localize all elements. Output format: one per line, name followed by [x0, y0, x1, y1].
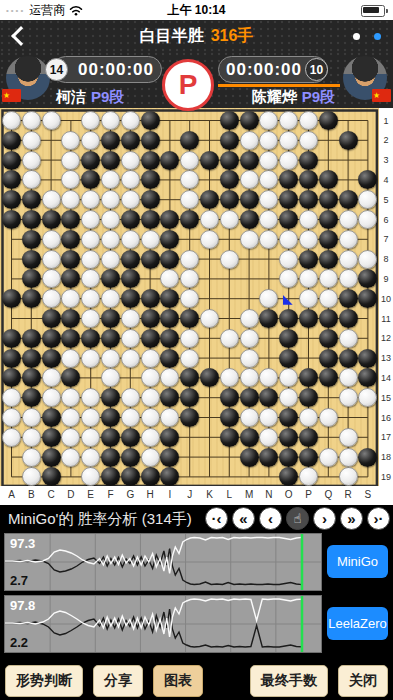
stone-black — [319, 250, 338, 269]
stone-black — [121, 289, 140, 308]
white-player-name: 陈耀烨P9段 — [252, 88, 335, 107]
analysis-panel: MiniGo'的 胜率分析 (314手) ·‹«‹☝›»›· 97.3 2.7 … — [0, 505, 393, 700]
final-moves-button[interactable]: 最终手数 — [250, 665, 328, 697]
row-label: 12 — [379, 333, 393, 343]
stone-white — [2, 111, 21, 130]
col-label: L — [223, 489, 235, 500]
leelazero-engine-button[interactable]: LeelaZero — [327, 607, 388, 640]
stone-white — [299, 210, 318, 229]
white-player-rank: P9段 — [302, 88, 335, 105]
situation-judge-button[interactable]: 形势判断 — [5, 665, 83, 697]
stone-black — [141, 170, 160, 189]
white-captures-badge: 10 — [305, 58, 328, 81]
stone-white — [22, 448, 41, 467]
stone-white — [220, 210, 239, 229]
stone-white — [22, 428, 41, 447]
row-label: 16 — [379, 413, 393, 423]
stone-white — [180, 349, 199, 368]
stone-white — [121, 349, 140, 368]
stone-white — [180, 250, 199, 269]
stone-white — [22, 408, 41, 427]
stone-black — [299, 309, 318, 328]
stone-black — [240, 428, 259, 447]
row-label: 5 — [379, 195, 393, 205]
stone-white — [339, 210, 358, 229]
col-label: G — [124, 489, 136, 500]
stone-black — [121, 250, 140, 269]
stone-white — [200, 230, 219, 249]
stone-black — [279, 428, 298, 447]
stone-white — [339, 428, 358, 447]
stone-white — [299, 111, 318, 130]
stone-black — [22, 190, 41, 209]
stone-black — [319, 230, 338, 249]
stone-black — [141, 151, 160, 170]
stone-white — [81, 448, 100, 467]
stone-white — [42, 388, 61, 407]
nav-back-button[interactable]: ‹ — [259, 507, 282, 530]
stone-black — [279, 329, 298, 348]
stone-white — [101, 111, 120, 130]
stone-black — [141, 131, 160, 150]
row-label: 17 — [379, 432, 393, 442]
share-button[interactable]: 分享 — [93, 665, 143, 697]
col-label: I — [164, 489, 176, 500]
stone-white — [2, 428, 21, 447]
nav-forward-button[interactable]: › — [313, 507, 336, 530]
stone-black — [220, 131, 239, 150]
stone-white — [299, 408, 318, 427]
stone-white — [319, 408, 338, 427]
stone-white — [299, 131, 318, 150]
stone-white — [279, 151, 298, 170]
stone-black — [101, 329, 120, 348]
stone-black — [141, 111, 160, 130]
stone-black — [101, 448, 120, 467]
stone-black — [2, 329, 21, 348]
nav-fast-back-button[interactable]: « — [232, 507, 255, 530]
stone-black — [101, 131, 120, 150]
pass-indicator: P — [162, 59, 214, 111]
stone-black — [2, 151, 21, 170]
stone-white — [42, 289, 61, 308]
stone-white — [339, 467, 358, 486]
stone-black — [358, 349, 377, 368]
col-label: R — [342, 489, 354, 500]
stone-white — [240, 131, 259, 150]
stone-white — [339, 329, 358, 348]
stone-black — [299, 250, 318, 269]
row-coordinates: 12345678910111213141516171819 — [379, 108, 393, 486]
col-label: B — [25, 489, 37, 500]
stone-black — [240, 151, 259, 170]
stone-white — [339, 368, 358, 387]
stone-black — [319, 309, 338, 328]
stone-black — [141, 309, 160, 328]
stone-black — [101, 309, 120, 328]
black-player-rank: P9段 — [91, 88, 124, 105]
black-captures-badge: 14 — [45, 58, 68, 81]
stone-white — [299, 230, 318, 249]
stone-black — [339, 190, 358, 209]
game-result-label: 白目半胜 — [140, 26, 204, 47]
row-label: 4 — [379, 175, 393, 185]
row-label: 19 — [379, 472, 393, 482]
row-label: 13 — [379, 353, 393, 363]
stone-white — [61, 151, 80, 170]
stone-black — [81, 151, 100, 170]
col-label: N — [263, 489, 275, 500]
close-button[interactable]: 关闭 — [338, 665, 388, 697]
stone-black — [160, 250, 179, 269]
stone-black — [121, 210, 140, 229]
stone-white — [339, 269, 358, 288]
stone-black — [42, 329, 61, 348]
clock-time: 上午 10:14 — [0, 2, 393, 19]
stone-white — [141, 368, 160, 387]
stone-black — [121, 131, 140, 150]
stone-black — [101, 408, 120, 427]
stone-white — [240, 329, 259, 348]
stone-black — [160, 151, 179, 170]
stone-black — [220, 408, 239, 427]
stone-white — [101, 250, 120, 269]
leelazero-black-winrate: 2.2 — [10, 635, 28, 650]
row-label: 9 — [379, 274, 393, 284]
stone-black — [160, 349, 179, 368]
stone-black — [339, 349, 358, 368]
stone-black — [339, 131, 358, 150]
row-label: 8 — [379, 254, 393, 264]
stone-black — [180, 131, 199, 150]
winrate-graph-leelazero[interactable]: 97.8 2.2 — [4, 595, 322, 653]
go-board[interactable] — [0, 108, 379, 486]
stone-white — [240, 408, 259, 427]
stone-white — [141, 230, 160, 249]
stone-black — [141, 190, 160, 209]
analysis-title: MiniGo'的 胜率分析 (314手) — [8, 510, 192, 529]
stone-white — [141, 349, 160, 368]
hand-icon[interactable]: ☝ — [286, 507, 309, 530]
stone-white — [121, 190, 140, 209]
row-label: 10 — [379, 294, 393, 304]
row-label: 18 — [379, 452, 393, 462]
move-nav-buttons: ·‹«‹☝›»›· — [205, 507, 390, 530]
nav-last-button[interactable]: ›· — [367, 507, 390, 530]
nav-fast-forward-button[interactable]: » — [340, 507, 363, 530]
stone-black — [279, 448, 298, 467]
stone-black — [22, 289, 41, 308]
stone-black — [319, 111, 338, 130]
stone-black — [339, 309, 358, 328]
stone-white — [279, 250, 298, 269]
stone-white — [121, 111, 140, 130]
col-label: P — [303, 489, 315, 500]
stone-white — [121, 151, 140, 170]
stone-black — [240, 111, 259, 130]
stone-black — [319, 190, 338, 209]
stone-black — [2, 131, 21, 150]
page-title: 白目半胜 316手 — [0, 20, 393, 52]
stone-black — [42, 210, 61, 229]
stone-black — [141, 210, 160, 229]
col-label: H — [144, 489, 156, 500]
stone-white — [180, 151, 199, 170]
stone-black — [240, 210, 259, 229]
analysis-header: MiniGo'的 胜率分析 (314手) ·‹«‹☝›»›· — [0, 505, 393, 533]
stone-black — [141, 467, 160, 486]
stone-white — [101, 230, 120, 249]
stone-black — [101, 428, 120, 447]
stone-black — [240, 448, 259, 467]
stone-black — [22, 230, 41, 249]
stone-white — [141, 408, 160, 427]
stone-black — [22, 210, 41, 229]
stone-black — [299, 151, 318, 170]
stone-black — [22, 349, 41, 368]
stone-white — [358, 250, 377, 269]
stone-white — [141, 388, 160, 407]
stone-black — [2, 210, 21, 229]
stone-white — [101, 349, 120, 368]
stone-white — [279, 131, 298, 150]
page-dot-1[interactable] — [353, 33, 360, 40]
stone-white — [42, 368, 61, 387]
minigo-white-winrate: 97.3 — [10, 536, 35, 551]
row-label: 7 — [379, 234, 393, 244]
column-coordinates: ABCDEFGHIJKLMNOPQRS — [0, 486, 393, 505]
stone-white — [81, 349, 100, 368]
stone-black — [81, 329, 100, 348]
stone-black — [299, 428, 318, 447]
col-label: D — [65, 489, 77, 500]
stone-black — [42, 448, 61, 467]
black-player-flag-icon: ★ — [2, 89, 21, 102]
stone-white — [42, 190, 61, 209]
row-label: 15 — [379, 393, 393, 403]
stone-black — [61, 250, 80, 269]
player-bar: ★ 00:00:00 14 P 00:00:00 10 ★ 柯洁P9段 陈耀烨P… — [0, 52, 393, 108]
app-screen: •••• 运营商 上午 10:14 白目半胜 316手 ★ 00:00:00 — [0, 0, 393, 700]
stone-white — [2, 408, 21, 427]
stone-black — [220, 111, 239, 130]
stone-black — [358, 448, 377, 467]
black-clock: 00:00:00 — [52, 56, 162, 83]
black-player-name: 柯洁P9段 — [56, 88, 124, 107]
minigo-engine-button[interactable]: MiniGo — [327, 545, 388, 578]
row-label: 11 — [379, 314, 393, 324]
stone-black — [339, 289, 358, 308]
stone-white — [200, 309, 219, 328]
stone-white — [42, 250, 61, 269]
stone-black — [2, 349, 21, 368]
stone-white — [121, 388, 140, 407]
stone-white — [240, 230, 259, 249]
row-label: 2 — [379, 135, 393, 145]
row-label: 1 — [379, 116, 393, 126]
row-label: 6 — [379, 215, 393, 225]
status-bar: •••• 运营商 上午 10:14 — [0, 0, 393, 20]
stone-white — [240, 309, 259, 328]
title-bar: 白目半胜 316手 — [0, 20, 393, 52]
stone-black — [141, 329, 160, 348]
stone-white — [200, 210, 219, 229]
col-label: M — [243, 489, 255, 500]
stone-black — [319, 210, 338, 229]
stone-white — [319, 289, 338, 308]
stone-white — [81, 250, 100, 269]
stone-white — [61, 349, 80, 368]
board-area: 12345678910111213141516171819 ABCDEFGHIJ… — [0, 108, 393, 505]
stone-white — [81, 428, 100, 447]
stone-white — [339, 250, 358, 269]
stone-black — [22, 329, 41, 348]
stone-white — [180, 329, 199, 348]
stone-white — [319, 448, 338, 467]
row-label: 3 — [379, 155, 393, 165]
stone-white — [339, 448, 358, 467]
col-label: J — [184, 489, 196, 500]
col-label: A — [6, 489, 18, 500]
stone-white — [81, 230, 100, 249]
stone-black — [220, 190, 239, 209]
stone-black — [200, 151, 219, 170]
stone-white — [42, 111, 61, 130]
stone-black — [141, 250, 160, 269]
stone-white — [81, 131, 100, 150]
stone-white — [240, 170, 259, 189]
col-label: Q — [322, 489, 334, 500]
stone-black — [319, 349, 338, 368]
stone-black — [42, 428, 61, 447]
stone-white — [279, 230, 298, 249]
stone-black — [299, 448, 318, 467]
stone-black — [42, 408, 61, 427]
stone-black — [22, 250, 41, 269]
stone-black — [319, 329, 338, 348]
stone-white — [22, 151, 41, 170]
page-indicator[interactable] — [353, 33, 381, 40]
stone-white — [141, 428, 160, 447]
stone-white — [339, 230, 358, 249]
footer-toolbar: 形势判断 分享 图表 最终手数 关闭 — [0, 662, 393, 700]
col-label: E — [85, 489, 97, 500]
stone-black — [121, 448, 140, 467]
stone-white — [121, 309, 140, 328]
stone-white — [141, 448, 160, 467]
chart-button[interactable]: 图表 — [153, 665, 203, 697]
stone-white — [42, 269, 61, 288]
stone-white — [259, 151, 278, 170]
white-player-flag-icon: ★ — [372, 89, 391, 102]
stone-white — [220, 250, 239, 269]
stone-black — [160, 448, 179, 467]
nav-first-button[interactable]: ·‹ — [205, 507, 228, 530]
stone-white — [240, 349, 259, 368]
stone-black — [42, 349, 61, 368]
page-dot-2[interactable] — [374, 33, 381, 40]
leelazero-white-winrate: 97.8 — [10, 598, 35, 613]
col-label: S — [362, 489, 374, 500]
stone-white — [339, 388, 358, 407]
row-label: 14 — [379, 373, 393, 383]
stone-white — [22, 111, 41, 130]
stone-black — [121, 428, 140, 447]
stone-white — [220, 329, 239, 348]
stone-black — [220, 151, 239, 170]
stone-white — [121, 329, 140, 348]
stone-white — [101, 210, 120, 229]
col-label: C — [45, 489, 57, 500]
stone-black — [42, 309, 61, 328]
active-turn-indicator — [218, 84, 340, 87]
stone-black — [240, 190, 259, 209]
stone-black — [42, 467, 61, 486]
stone-black — [141, 289, 160, 308]
stone-black — [220, 388, 239, 407]
col-label: F — [105, 489, 117, 500]
minigo-black-winrate: 2.7 — [10, 573, 28, 588]
move-count-label: 316手 — [211, 26, 254, 47]
stone-white — [121, 230, 140, 249]
stone-black — [259, 448, 278, 467]
stone-black — [240, 388, 259, 407]
stone-black — [220, 428, 239, 447]
col-label: K — [204, 489, 216, 500]
col-label: O — [283, 489, 295, 500]
stone-black — [279, 349, 298, 368]
winrate-graph-minigo[interactable]: 97.3 2.7 — [4, 533, 322, 591]
battery-icon — [361, 5, 385, 17]
stone-black — [101, 151, 120, 170]
stone-white — [22, 131, 41, 150]
stone-white — [121, 408, 140, 427]
stone-white — [42, 230, 61, 249]
stone-black — [22, 388, 41, 407]
stone-white — [240, 368, 259, 387]
stone-white — [61, 448, 80, 467]
